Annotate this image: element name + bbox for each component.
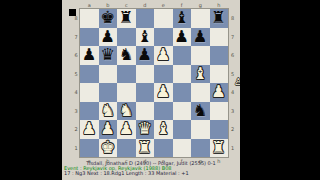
rank-label-2-right: 2 bbox=[230, 120, 236, 139]
piece-black-pawn: ♟ bbox=[136, 46, 155, 65]
square-e4[interactable]: ♟ bbox=[154, 83, 173, 102]
rank-label-6-left: 6 bbox=[73, 46, 79, 65]
piece-white-pawn: ♟ bbox=[117, 120, 136, 139]
square-h7[interactable] bbox=[210, 28, 229, 47]
square-e7[interactable] bbox=[154, 28, 173, 47]
piece-white-pawn: ♟ bbox=[154, 83, 173, 102]
square-d7[interactable]: ♝ bbox=[136, 28, 155, 47]
rank-label-8-right: 8 bbox=[230, 9, 236, 28]
rank-label-1-left: 1 bbox=[73, 139, 79, 158]
square-h3[interactable] bbox=[210, 102, 229, 121]
rank-label-7-left: 7 bbox=[73, 28, 79, 47]
square-g8[interactable] bbox=[191, 9, 210, 28]
square-c8[interactable]: ♜ bbox=[117, 9, 136, 28]
file-label-e-top: e bbox=[154, 2, 173, 8]
square-d6[interactable]: ♟ bbox=[136, 46, 155, 65]
piece-white-queen: ♛ bbox=[136, 120, 155, 139]
rank-label-3-right: 3 bbox=[230, 102, 236, 121]
file-label-g-top: g bbox=[191, 2, 210, 8]
rank-label-1-right: 1 bbox=[230, 139, 236, 158]
square-f1[interactable] bbox=[173, 139, 192, 158]
square-f8[interactable]: ♝ bbox=[173, 9, 192, 28]
letterbox-left bbox=[0, 0, 62, 180]
piece-black-bishop: ♝ bbox=[136, 28, 155, 47]
piece-black-pawn: ♟ bbox=[80, 46, 99, 65]
square-a6[interactable]: ♟ bbox=[80, 46, 99, 65]
square-g3[interactable]: ♞ bbox=[191, 102, 210, 121]
rank-label-6-right: 6 bbox=[230, 46, 236, 65]
square-h8[interactable]: ♜ bbox=[210, 9, 229, 28]
piece-white-bishop: ♝ bbox=[191, 65, 210, 84]
piece-white-pawn: ♟ bbox=[99, 120, 118, 139]
chess-app-window: abcdefgh 87654321 ♚♜♝♜♟♝♟♟♟♛♞♟♟♝♟♟♞♞♞♟♟♟… bbox=[62, 0, 240, 180]
square-c1[interactable] bbox=[117, 139, 136, 158]
square-d8[interactable] bbox=[136, 9, 155, 28]
square-f4[interactable] bbox=[173, 83, 192, 102]
square-b4[interactable] bbox=[99, 83, 118, 102]
rank-label-3-left: 3 bbox=[73, 102, 79, 121]
piece-white-king: ♚ bbox=[99, 139, 118, 158]
rank-label-7-right: 7 bbox=[230, 28, 236, 47]
square-e2[interactable]: ♝ bbox=[154, 120, 173, 139]
video-frame: abcdefgh 87654321 ♚♜♝♜♟♝♟♟♟♛♞♟♟♝♟♟♞♞♞♟♟♟… bbox=[0, 0, 320, 180]
file-label-d-top: d bbox=[136, 2, 155, 8]
square-b7[interactable]: ♟ bbox=[99, 28, 118, 47]
square-f3[interactable] bbox=[173, 102, 192, 121]
piece-white-pawn: ♟ bbox=[80, 120, 99, 139]
piece-black-bishop: ♝ bbox=[173, 9, 192, 28]
piece-white-pawn: ♟ bbox=[154, 46, 173, 65]
piece-black-pawn: ♟ bbox=[99, 28, 118, 47]
square-c3[interactable]: ♞ bbox=[117, 102, 136, 121]
rank-label-2-left: 2 bbox=[73, 120, 79, 139]
square-c7[interactable] bbox=[117, 28, 136, 47]
square-a4[interactable] bbox=[80, 83, 99, 102]
piece-black-pawn: ♟ bbox=[191, 28, 210, 47]
square-a2[interactable]: ♟ bbox=[80, 120, 99, 139]
square-a3[interactable] bbox=[80, 102, 99, 121]
square-b3[interactable]: ♞ bbox=[99, 102, 118, 121]
side-to-move-indicator bbox=[69, 9, 76, 16]
piece-white-rook: ♜ bbox=[136, 139, 155, 158]
letterbox-right bbox=[240, 0, 320, 180]
square-d4[interactable] bbox=[136, 83, 155, 102]
square-d2[interactable]: ♛ bbox=[136, 120, 155, 139]
square-g2[interactable] bbox=[191, 120, 210, 139]
piece-black-rook: ♜ bbox=[117, 9, 136, 28]
square-c5[interactable] bbox=[117, 65, 136, 84]
status-caption: 17 : Ng3 Next : 18.Rdg1 Length : 33 Mate… bbox=[64, 171, 240, 176]
square-f2[interactable] bbox=[173, 120, 192, 139]
square-a8[interactable] bbox=[80, 9, 99, 28]
chess-board: ♚♜♝♜♟♝♟♟♟♛♞♟♟♝♟♟♞♞♞♟♟♟♛♝♚♜♜ bbox=[80, 9, 228, 157]
square-h5[interactable] bbox=[210, 65, 229, 84]
rank-label-4-left: 4 bbox=[73, 83, 79, 102]
square-h1[interactable]: ♜ bbox=[210, 139, 229, 158]
piece-black-knight: ♞ bbox=[117, 46, 136, 65]
square-h4[interactable]: ♟ bbox=[210, 83, 229, 102]
square-b2[interactable]: ♟ bbox=[99, 120, 118, 139]
square-b8[interactable]: ♚ bbox=[99, 9, 118, 28]
piece-black-queen: ♛ bbox=[99, 46, 118, 65]
square-e3[interactable] bbox=[154, 102, 173, 121]
square-a7[interactable] bbox=[80, 28, 99, 47]
square-c6[interactable]: ♞ bbox=[117, 46, 136, 65]
square-c4[interactable] bbox=[117, 83, 136, 102]
piece-black-rook: ♜ bbox=[210, 9, 229, 28]
piece-black-king: ♚ bbox=[99, 9, 118, 28]
square-e1[interactable] bbox=[154, 139, 173, 158]
square-c2[interactable]: ♟ bbox=[117, 120, 136, 139]
piece-black-pawn: ♟ bbox=[173, 28, 192, 47]
square-b6[interactable]: ♛ bbox=[99, 46, 118, 65]
square-h2[interactable] bbox=[210, 120, 229, 139]
rank-label-5-left: 5 bbox=[73, 65, 79, 84]
square-a1[interactable] bbox=[80, 139, 99, 158]
square-f5[interactable] bbox=[173, 65, 192, 84]
piece-white-knight: ♞ bbox=[117, 102, 136, 121]
square-b5[interactable] bbox=[99, 65, 118, 84]
square-d3[interactable] bbox=[136, 102, 155, 121]
square-a5[interactable] bbox=[80, 65, 99, 84]
square-f6[interactable] bbox=[173, 46, 192, 65]
square-g1[interactable] bbox=[191, 139, 210, 158]
square-e6[interactable]: ♟ bbox=[154, 46, 173, 65]
piece-white-rook: ♜ bbox=[210, 139, 229, 158]
rank-labels-left: 87654321 bbox=[73, 9, 79, 157]
square-f7[interactable]: ♟ bbox=[173, 28, 192, 47]
square-d1[interactable]: ♜ bbox=[136, 139, 155, 158]
square-g7[interactable]: ♟ bbox=[191, 28, 210, 47]
square-g6[interactable] bbox=[191, 46, 210, 65]
square-g4[interactable] bbox=[191, 83, 210, 102]
piece-white-pawn: ♟ bbox=[210, 83, 229, 102]
piece-white-bishop: ♝ bbox=[154, 120, 173, 139]
square-e5[interactable] bbox=[154, 65, 173, 84]
square-h6[interactable] bbox=[210, 46, 229, 65]
file-label-a-top: a bbox=[80, 2, 99, 8]
square-b1[interactable]: ♚ bbox=[99, 139, 118, 158]
square-e8[interactable] bbox=[154, 9, 173, 28]
square-d5[interactable] bbox=[136, 65, 155, 84]
square-g5[interactable]: ♝ bbox=[191, 65, 210, 84]
piece-white-knight: ♞ bbox=[99, 102, 118, 121]
piece-black-knight: ♞ bbox=[191, 102, 210, 121]
